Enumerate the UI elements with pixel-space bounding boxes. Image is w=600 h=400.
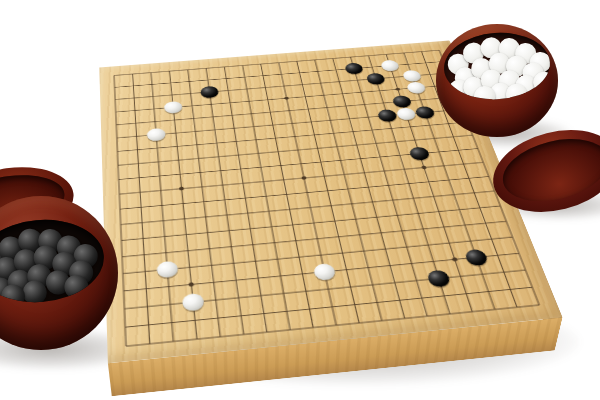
white-stone-shadow xyxy=(182,294,205,313)
white-stone-bowl xyxy=(436,24,558,137)
black-bowl-opening xyxy=(0,215,107,308)
hoshi-point xyxy=(452,257,458,261)
black-stone-bowl xyxy=(0,196,118,350)
black-stone[interactable] xyxy=(426,269,452,287)
hoshi-point xyxy=(284,97,289,100)
go-scene xyxy=(0,0,600,400)
hoshi-point xyxy=(421,166,427,170)
hoshi-point xyxy=(321,270,327,274)
white-stone-shadow xyxy=(313,264,337,282)
black-stone-shadow xyxy=(464,250,490,268)
white-stone-shadow xyxy=(156,262,178,280)
black-stone[interactable] xyxy=(464,249,490,267)
hoshi-point xyxy=(301,176,306,180)
white-bowl-opening xyxy=(442,29,552,102)
hoshi-point xyxy=(188,282,194,287)
white-stone[interactable] xyxy=(313,263,337,281)
white-stone[interactable] xyxy=(182,293,205,312)
black-stone-shadow xyxy=(426,271,452,289)
hoshi-point xyxy=(179,187,184,191)
hoshi-point xyxy=(395,88,400,91)
white-stone-in-bowl xyxy=(533,71,553,93)
white-stone[interactable] xyxy=(156,261,178,279)
